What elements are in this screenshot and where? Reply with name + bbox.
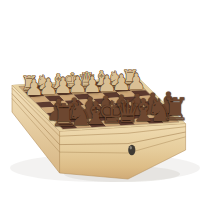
- piece-black-rook[interactable]: ♜: [161, 94, 189, 125]
- pieces-layer: ♜♞♝♚♛♝♞♜♟♟♟♟♟♟♟♟♟♟♟♟♟♟♟♟♜♞♝♚♛♝♞♜: [0, 0, 200, 200]
- chess-set-photo: ♜♞♝♚♛♝♞♜♟♟♟♟♟♟♟♟♟♟♟♟♟♟♟♟♜♞♝♚♛♝♞♜: [0, 0, 200, 200]
